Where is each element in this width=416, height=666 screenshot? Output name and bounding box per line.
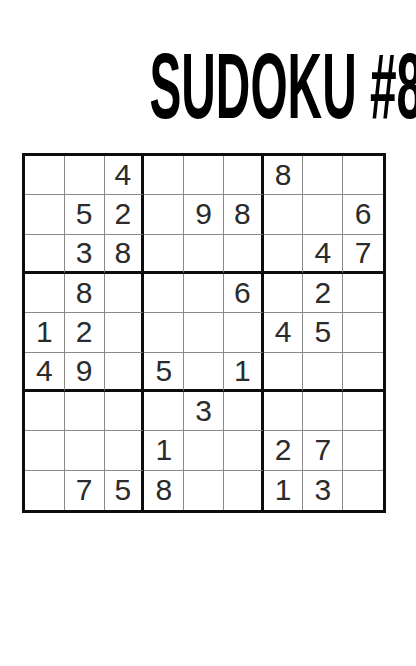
- sudoku-page: SUDOKU #8 485298638478621245495131277581…: [0, 0, 416, 666]
- sudoku-cell-r5c2[interactable]: 2: [65, 313, 105, 352]
- sudoku-cell-r4c6[interactable]: 6: [224, 274, 264, 313]
- sudoku-cell-r4c4[interactable]: [144, 274, 184, 313]
- sudoku-cell-r3c7[interactable]: [264, 235, 304, 274]
- sudoku-cell-r2c9[interactable]: 6: [343, 195, 383, 234]
- sudoku-cell-r7c3[interactable]: [105, 392, 145, 431]
- given-digit: 6: [234, 276, 251, 310]
- sudoku-cell-r7c5[interactable]: 3: [184, 392, 224, 431]
- sudoku-cell-r7c4[interactable]: [144, 392, 184, 431]
- given-digit: 5: [155, 354, 172, 388]
- sudoku-cell-r2c1[interactable]: [25, 195, 65, 234]
- given-digit: 4: [36, 354, 53, 388]
- sudoku-cell-r3c8[interactable]: 4: [303, 235, 343, 274]
- sudoku-cell-r1c6[interactable]: [224, 156, 264, 195]
- sudoku-cell-r4c5[interactable]: [184, 274, 224, 313]
- sudoku-cell-r8c2[interactable]: [65, 431, 105, 470]
- sudoku-cell-r8c3[interactable]: [105, 431, 145, 470]
- given-digit: 3: [195, 394, 212, 428]
- sudoku-cell-r3c4[interactable]: [144, 235, 184, 274]
- sudoku-cell-r4c8[interactable]: 2: [303, 274, 343, 313]
- sudoku-cell-r3c5[interactable]: [184, 235, 224, 274]
- given-digit: 5: [314, 315, 331, 349]
- sudoku-cell-r6c6[interactable]: 1: [224, 353, 264, 392]
- given-digit: 2: [76, 315, 93, 349]
- sudoku-cell-r3c2[interactable]: 3: [65, 235, 105, 274]
- sudoku-cell-r1c3[interactable]: 4: [105, 156, 145, 195]
- given-digit: 1: [234, 354, 251, 388]
- given-digit: 5: [76, 197, 93, 231]
- sudoku-cell-r5c7[interactable]: 4: [264, 313, 304, 352]
- sudoku-cell-r7c2[interactable]: [65, 392, 105, 431]
- sudoku-cell-r7c8[interactable]: [303, 392, 343, 431]
- sudoku-cell-r4c7[interactable]: [264, 274, 304, 313]
- sudoku-cell-r9c8[interactable]: 3: [303, 471, 343, 510]
- page-title-text: SUDOKU #8: [149, 26, 416, 146]
- sudoku-cell-r4c3[interactable]: [105, 274, 145, 313]
- sudoku-cell-r5c3[interactable]: [105, 313, 145, 352]
- sudoku-cell-r9c9[interactable]: [343, 471, 383, 510]
- sudoku-cell-r8c1[interactable]: [25, 431, 65, 470]
- given-digit: 8: [234, 197, 251, 231]
- sudoku-cell-r2c6[interactable]: 8: [224, 195, 264, 234]
- sudoku-cell-r3c6[interactable]: [224, 235, 264, 274]
- sudoku-cell-r9c1[interactable]: [25, 471, 65, 510]
- given-digit: 8: [115, 236, 132, 270]
- sudoku-cell-r7c9[interactable]: [343, 392, 383, 431]
- sudoku-cell-r8c9[interactable]: [343, 431, 383, 470]
- sudoku-cell-r8c4[interactable]: 1: [144, 431, 184, 470]
- given-digit: 7: [314, 433, 331, 467]
- sudoku-cell-r5c9[interactable]: [343, 313, 383, 352]
- sudoku-cell-r8c5[interactable]: [184, 431, 224, 470]
- sudoku-cell-r3c1[interactable]: [25, 235, 65, 274]
- given-digit: 4: [115, 158, 132, 192]
- sudoku-cell-r4c9[interactable]: [343, 274, 383, 313]
- sudoku-cell-r5c1[interactable]: 1: [25, 313, 65, 352]
- sudoku-cell-r1c7[interactable]: 8: [264, 156, 304, 195]
- given-digit: 6: [355, 197, 372, 231]
- given-digit: 3: [76, 236, 93, 270]
- sudoku-cell-r2c2[interactable]: 5: [65, 195, 105, 234]
- given-digit: 5: [115, 473, 132, 507]
- sudoku-cell-r5c6[interactable]: [224, 313, 264, 352]
- sudoku-cell-r1c5[interactable]: [184, 156, 224, 195]
- sudoku-cell-r6c7[interactable]: [264, 353, 304, 392]
- sudoku-cell-r2c5[interactable]: 9: [184, 195, 224, 234]
- given-digit: 1: [155, 433, 172, 467]
- sudoku-cell-r8c8[interactable]: 7: [303, 431, 343, 470]
- sudoku-cell-r7c1[interactable]: [25, 392, 65, 431]
- given-digit: 3: [314, 473, 331, 507]
- sudoku-cell-r6c1[interactable]: 4: [25, 353, 65, 392]
- sudoku-cell-r5c4[interactable]: [144, 313, 184, 352]
- sudoku-cell-r9c6[interactable]: [224, 471, 264, 510]
- given-digit: 1: [275, 473, 292, 507]
- sudoku-cell-r2c3[interactable]: 2: [105, 195, 145, 234]
- sudoku-cell-r4c2[interactable]: 8: [65, 274, 105, 313]
- sudoku-cell-r4c1[interactable]: [25, 274, 65, 313]
- sudoku-cell-r3c9[interactable]: 7: [343, 235, 383, 274]
- sudoku-cell-r8c6[interactable]: [224, 431, 264, 470]
- given-digit: 8: [275, 158, 292, 192]
- given-digit: 4: [275, 315, 292, 349]
- page-title: SUDOKU #8: [23, 26, 385, 146]
- sudoku-cell-r6c2[interactable]: 9: [65, 353, 105, 392]
- sudoku-cell-r1c4[interactable]: [144, 156, 184, 195]
- given-digit: 8: [155, 473, 172, 507]
- sudoku-cell-r8c7[interactable]: 2: [264, 431, 304, 470]
- given-digit: 4: [314, 236, 331, 270]
- sudoku-cell-r7c6[interactable]: [224, 392, 264, 431]
- sudoku-cell-r9c5[interactable]: [184, 471, 224, 510]
- sudoku-cell-r1c8[interactable]: [303, 156, 343, 195]
- given-digit: 8: [76, 276, 93, 310]
- given-digit: 9: [76, 354, 93, 388]
- sudoku-cell-r1c9[interactable]: [343, 156, 383, 195]
- sudoku-cell-r2c8[interactable]: [303, 195, 343, 234]
- sudoku-cell-r3c3[interactable]: 8: [105, 235, 145, 274]
- given-digit: 2: [115, 197, 132, 231]
- sudoku-cell-r9c4[interactable]: 8: [144, 471, 184, 510]
- sudoku-cell-r6c5[interactable]: [184, 353, 224, 392]
- given-digit: 9: [195, 197, 212, 231]
- given-digit: 7: [355, 236, 372, 270]
- sudoku-cell-r9c2[interactable]: 7: [65, 471, 105, 510]
- sudoku-cell-r1c2[interactable]: [65, 156, 105, 195]
- sudoku-cell-r1c1[interactable]: [25, 156, 65, 195]
- sudoku-cell-r2c4[interactable]: [144, 195, 184, 234]
- given-digit: 2: [275, 433, 292, 467]
- sudoku-cell-r6c3[interactable]: [105, 353, 145, 392]
- sudoku-cell-r6c8[interactable]: [303, 353, 343, 392]
- sudoku-cell-r6c4[interactable]: 5: [144, 353, 184, 392]
- sudoku-board: 4852986384786212454951312775813: [22, 153, 386, 513]
- sudoku-cell-r5c5[interactable]: [184, 313, 224, 352]
- sudoku-cell-r9c7[interactable]: 1: [264, 471, 304, 510]
- given-digit: 7: [76, 473, 93, 507]
- given-digit: 1: [36, 315, 53, 349]
- sudoku-cell-r9c3[interactable]: 5: [105, 471, 145, 510]
- sudoku-cell-r5c8[interactable]: 5: [303, 313, 343, 352]
- sudoku-cell-r2c7[interactable]: [264, 195, 304, 234]
- given-digit: 2: [314, 276, 331, 310]
- sudoku-cell-r7c7[interactable]: [264, 392, 304, 431]
- sudoku-cell-r6c9[interactable]: [343, 353, 383, 392]
